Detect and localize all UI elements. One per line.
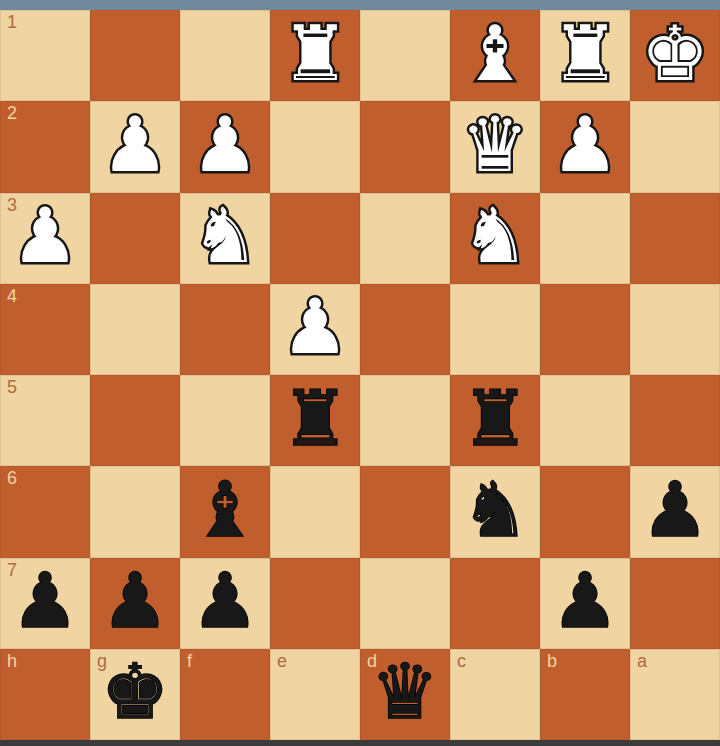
square-a4[interactable] <box>630 284 720 375</box>
square-d5[interactable] <box>360 375 450 466</box>
square-g3[interactable] <box>90 193 180 284</box>
rank-label-2: 2 <box>7 104 17 122</box>
square-c7[interactable] <box>450 558 540 649</box>
rank-label-5: 5 <box>7 378 17 396</box>
rank-label-1: 1 <box>7 13 17 31</box>
square-g1[interactable] <box>90 10 180 101</box>
piece-black-queen-d8[interactable]: ♛ <box>371 654 439 730</box>
square-c1[interactable]: ♝ <box>450 10 540 101</box>
square-e2[interactable] <box>270 101 360 192</box>
square-g7[interactable]: ♟ <box>90 558 180 649</box>
square-e7[interactable] <box>270 558 360 649</box>
square-d2[interactable] <box>360 101 450 192</box>
square-e8[interactable]: e <box>270 649 360 740</box>
square-e1[interactable]: ♜ <box>270 10 360 101</box>
square-e6[interactable] <box>270 466 360 557</box>
square-a5[interactable] <box>630 375 720 466</box>
piece-black-pawn-g7[interactable]: ♟ <box>101 563 169 639</box>
square-c5[interactable]: ♜ <box>450 375 540 466</box>
square-e5[interactable]: ♜ <box>270 375 360 466</box>
piece-white-king-a1[interactable]: ♚ <box>641 16 709 92</box>
square-d1[interactable] <box>360 10 450 101</box>
piece-black-king-g8[interactable]: ♚ <box>101 654 169 730</box>
file-label-b: b <box>547 652 557 670</box>
file-label-e: e <box>277 652 287 670</box>
square-a7[interactable] <box>630 558 720 649</box>
piece-white-pawn-e4[interactable]: ♟ <box>281 289 349 365</box>
square-f1[interactable] <box>180 10 270 101</box>
square-a1[interactable]: ♚ <box>630 10 720 101</box>
piece-white-rook-e1[interactable]: ♜ <box>281 16 349 92</box>
square-a3[interactable] <box>630 193 720 284</box>
square-b1[interactable]: ♜ <box>540 10 630 101</box>
square-h1[interactable]: 1 <box>0 10 90 101</box>
piece-white-knight-f3[interactable]: ♞ <box>191 198 259 274</box>
square-b3[interactable] <box>540 193 630 284</box>
square-a2[interactable] <box>630 101 720 192</box>
piece-white-pawn-f2[interactable]: ♟ <box>191 107 259 183</box>
square-e3[interactable] <box>270 193 360 284</box>
square-h8[interactable]: h <box>0 649 90 740</box>
square-c3[interactable]: ♞ <box>450 193 540 284</box>
square-g2[interactable]: ♟ <box>90 101 180 192</box>
piece-white-queen-c2[interactable]: ♛ <box>461 107 529 183</box>
square-h7[interactable]: 7♟ <box>0 558 90 649</box>
square-c6[interactable]: ♞ <box>450 466 540 557</box>
rank-label-6: 6 <box>7 469 17 487</box>
square-h2[interactable]: 2 <box>0 101 90 192</box>
square-h6[interactable]: 6 <box>0 466 90 557</box>
bottom-letterbox-bar <box>0 740 720 746</box>
square-d3[interactable] <box>360 193 450 284</box>
square-d6[interactable] <box>360 466 450 557</box>
piece-white-knight-c3[interactable]: ♞ <box>461 198 529 274</box>
square-e4[interactable]: ♟ <box>270 284 360 375</box>
rank-label-4: 4 <box>7 287 17 305</box>
square-c4[interactable] <box>450 284 540 375</box>
piece-black-pawn-a6[interactable]: ♟ <box>641 472 709 548</box>
piece-white-rook-b1[interactable]: ♜ <box>551 16 619 92</box>
file-label-a: a <box>637 652 647 670</box>
square-c2[interactable]: ♛ <box>450 101 540 192</box>
piece-white-bishop-c1[interactable]: ♝ <box>461 16 529 92</box>
square-a6[interactable]: ♟ <box>630 466 720 557</box>
square-f3[interactable]: ♞ <box>180 193 270 284</box>
chess-app-screen: 1♜♝♜♚2♟♟♛♟3♟♞♞4♟5♜♜6♝♞♟7♟♟♟♟hg♚fed♛cba <box>0 0 720 746</box>
piece-black-rook-c5[interactable]: ♜ <box>461 381 529 457</box>
square-b4[interactable] <box>540 284 630 375</box>
file-label-h: h <box>7 652 17 670</box>
square-d8[interactable]: d♛ <box>360 649 450 740</box>
square-f8[interactable]: f <box>180 649 270 740</box>
square-d7[interactable] <box>360 558 450 649</box>
square-b2[interactable]: ♟ <box>540 101 630 192</box>
piece-black-pawn-f7[interactable]: ♟ <box>191 563 259 639</box>
chess-board[interactable]: 1♜♝♜♚2♟♟♛♟3♟♞♞4♟5♜♜6♝♞♟7♟♟♟♟hg♚fed♛cba <box>0 10 720 740</box>
square-f6[interactable]: ♝ <box>180 466 270 557</box>
piece-white-pawn-g2[interactable]: ♟ <box>101 107 169 183</box>
piece-black-bishop-f6[interactable]: ♝ <box>191 472 259 548</box>
square-c8[interactable]: c <box>450 649 540 740</box>
piece-white-pawn-h3[interactable]: ♟ <box>11 198 79 274</box>
square-g8[interactable]: g♚ <box>90 649 180 740</box>
square-b7[interactable]: ♟ <box>540 558 630 649</box>
square-a8[interactable]: a <box>630 649 720 740</box>
piece-black-pawn-h7[interactable]: ♟ <box>11 563 79 639</box>
square-d4[interactable] <box>360 284 450 375</box>
square-b6[interactable] <box>540 466 630 557</box>
piece-white-pawn-b2[interactable]: ♟ <box>551 107 619 183</box>
square-h4[interactable]: 4 <box>0 284 90 375</box>
square-h3[interactable]: 3♟ <box>0 193 90 284</box>
file-label-f: f <box>187 652 192 670</box>
square-b8[interactable]: b <box>540 649 630 740</box>
piece-black-pawn-b7[interactable]: ♟ <box>551 563 619 639</box>
square-f2[interactable]: ♟ <box>180 101 270 192</box>
square-f4[interactable] <box>180 284 270 375</box>
square-g4[interactable] <box>90 284 180 375</box>
piece-black-knight-c6[interactable]: ♞ <box>461 472 529 548</box>
square-f7[interactable]: ♟ <box>180 558 270 649</box>
square-g5[interactable] <box>90 375 180 466</box>
square-h5[interactable]: 5 <box>0 375 90 466</box>
file-label-c: c <box>457 652 466 670</box>
square-g6[interactable] <box>90 466 180 557</box>
square-b5[interactable] <box>540 375 630 466</box>
piece-black-rook-e5[interactable]: ♜ <box>281 381 349 457</box>
square-f5[interactable] <box>180 375 270 466</box>
